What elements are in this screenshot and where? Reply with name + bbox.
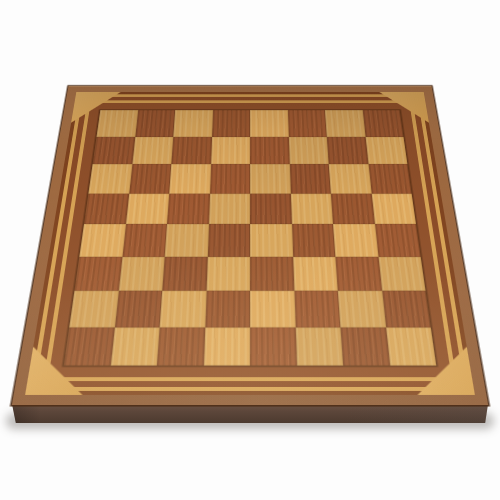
board-square	[88, 164, 132, 193]
board-square	[211, 137, 250, 165]
board-square	[110, 327, 159, 366]
board-square	[135, 110, 175, 136]
board-square	[295, 327, 343, 366]
board-square	[114, 291, 162, 327]
board-square	[250, 193, 292, 224]
board-square	[205, 291, 250, 327]
board-square	[126, 193, 170, 224]
board-square	[210, 164, 250, 193]
board-square	[340, 327, 389, 366]
board-square	[207, 224, 250, 256]
board-square	[375, 224, 421, 256]
board-square	[250, 256, 294, 290]
board-square	[167, 193, 210, 224]
board-square	[74, 256, 122, 290]
board-square	[250, 224, 293, 256]
board-square	[329, 164, 371, 193]
photo-scene	[0, 0, 500, 500]
chessboard	[12, 86, 488, 405]
board-square	[250, 327, 297, 366]
board-square	[378, 256, 426, 290]
photo-background	[0, 0, 500, 500]
board-square	[162, 256, 207, 290]
board-square	[288, 137, 328, 165]
board-square	[386, 327, 437, 366]
board-square	[129, 164, 171, 193]
board-square	[325, 110, 365, 136]
board-square	[79, 224, 125, 256]
board-square	[132, 137, 173, 165]
board-square	[250, 110, 288, 136]
board-square	[292, 224, 336, 256]
board-square	[331, 193, 375, 224]
border-stripe-band-top	[73, 92, 427, 110]
board-square	[209, 193, 251, 224]
board-square	[327, 137, 368, 165]
board-square	[64, 327, 115, 366]
board-square	[250, 164, 290, 193]
board-square	[250, 137, 289, 165]
board-square	[84, 193, 129, 224]
board-square	[69, 291, 118, 327]
board-square	[97, 110, 138, 136]
board-square	[157, 327, 205, 366]
board-square	[290, 193, 333, 224]
board-square	[287, 110, 326, 136]
border-stripe-band-bottom	[25, 366, 475, 395]
board-square	[122, 224, 167, 256]
board-square	[171, 137, 211, 165]
board-square	[338, 291, 386, 327]
board-square	[371, 193, 416, 224]
board-square	[165, 224, 209, 256]
board-square	[160, 291, 206, 327]
board-square	[169, 164, 210, 193]
playing-grid	[64, 110, 437, 365]
board-square	[333, 224, 378, 256]
board-square	[293, 256, 338, 290]
board-square	[203, 327, 250, 366]
board-square	[294, 291, 340, 327]
board-square	[365, 137, 407, 165]
board-square	[250, 291, 295, 327]
board-square	[362, 110, 403, 136]
board-square	[93, 137, 135, 165]
board-square	[212, 110, 250, 136]
board-square	[118, 256, 164, 290]
board-square	[206, 256, 250, 290]
board-square	[368, 164, 412, 193]
board-square	[382, 291, 431, 327]
board-square	[289, 164, 330, 193]
board-square	[173, 110, 212, 136]
board-square	[335, 256, 381, 290]
